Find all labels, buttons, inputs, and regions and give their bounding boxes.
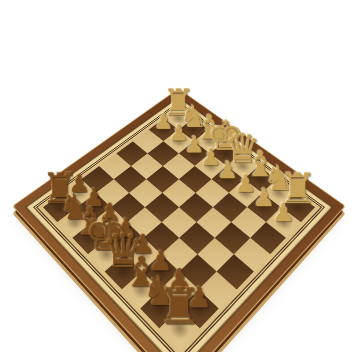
board-frame: ♜♞♝♚♛♝♞♜♟♟♟♟♟♟♟♟♟♟♟♟♟♟♟♟♜♞♝♚♛♝♞♜: [12, 88, 346, 352]
black-rook: ♜: [157, 282, 202, 332]
chess-set-photo: ♜♞♝♚♛♝♞♜♟♟♟♟♟♟♟♟♟♟♟♟♟♟♟♟♜♞♝♚♛♝♞♜: [0, 0, 352, 352]
board-inlay-border: ♜♞♝♚♛♝♞♜♟♟♟♟♟♟♟♟♟♟♟♟♟♟♟♟♜♞♝♚♛♝♞♜: [37, 104, 320, 352]
white-pawn: ♟: [272, 200, 295, 226]
chess-board: ♜♞♝♚♛♝♞♜♟♟♟♟♟♟♟♟♟♟♟♟♟♟♟♟♜♞♝♚♛♝♞♜: [12, 88, 346, 352]
square-a8: ♜: [159, 309, 199, 350]
board-grid: ♜♞♝♚♛♝♞♜♟♟♟♟♟♟♟♟♟♟♟♟♟♟♟♟♜♞♝♚♛♝♞♜: [43, 108, 315, 350]
